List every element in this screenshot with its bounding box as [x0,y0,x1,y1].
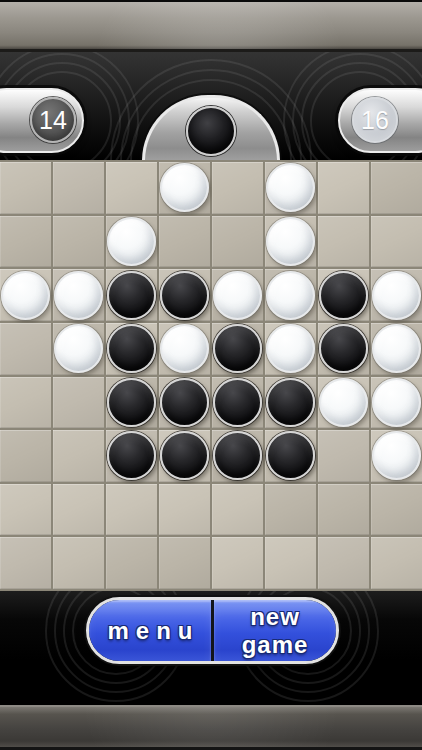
cell-h7[interactable] [371,484,422,536]
cell-c1[interactable] [106,162,157,214]
white-score-pill: 16 [338,88,422,153]
white-disc [266,271,315,320]
cell-e7[interactable] [212,484,263,536]
cell-e3[interactable] [212,269,263,321]
cell-g7[interactable] [318,484,369,536]
cell-a1[interactable] [0,162,51,214]
cell-h8[interactable] [371,537,422,589]
cell-e5[interactable] [212,377,263,429]
cell-c4[interactable] [106,323,157,375]
cell-d5[interactable] [159,377,210,429]
cell-a5[interactable] [0,377,51,429]
cell-d6[interactable] [159,430,210,482]
black-score-disc: 14 [30,97,76,143]
cell-g5[interactable] [318,377,369,429]
white-disc [160,163,209,212]
white-disc [1,271,50,320]
cell-g3[interactable] [318,269,369,321]
cell-g8[interactable] [318,537,369,589]
cell-h4[interactable] [371,323,422,375]
black-disc [266,378,315,427]
cell-e1[interactable] [212,162,263,214]
black-disc [213,324,262,373]
cell-c8[interactable] [106,537,157,589]
white-disc [372,378,421,427]
cell-b7[interactable] [53,484,104,536]
white-disc [372,431,421,480]
black-disc [107,324,156,373]
white-disc [266,324,315,373]
white-disc [266,163,315,212]
black-disc [107,271,156,320]
cell-c6[interactable] [106,430,157,482]
cell-b8[interactable] [53,537,104,589]
white-disc [372,324,421,373]
cell-b1[interactable] [53,162,104,214]
cell-e4[interactable] [212,323,263,375]
cell-b3[interactable] [53,269,104,321]
cell-b4[interactable] [53,323,104,375]
cell-d2[interactable] [159,216,210,268]
cell-f1[interactable] [265,162,316,214]
cell-h2[interactable] [371,216,422,268]
cell-a2[interactable] [0,216,51,268]
cell-h1[interactable] [371,162,422,214]
cell-f4[interactable] [265,323,316,375]
black-disc [160,271,209,320]
bottom-metal-bar [0,705,422,750]
cell-d4[interactable] [159,323,210,375]
white-disc [160,324,209,373]
cell-c5[interactable] [106,377,157,429]
cell-c3[interactable] [106,269,157,321]
cell-f3[interactable] [265,269,316,321]
cell-a4[interactable] [0,323,51,375]
cell-h5[interactable] [371,377,422,429]
black-disc [107,378,156,427]
cell-g4[interactable] [318,323,369,375]
cell-h6[interactable] [371,430,422,482]
cell-d7[interactable] [159,484,210,536]
white-disc [107,217,156,266]
cell-e2[interactable] [212,216,263,268]
white-disc [372,271,421,320]
white-disc [54,324,103,373]
black-disc [213,378,262,427]
new-game-button[interactable]: new game [211,600,336,661]
cell-g1[interactable] [318,162,369,214]
cell-b2[interactable] [53,216,104,268]
cell-a7[interactable] [0,484,51,536]
black-turn-disc-icon [186,106,236,156]
white-disc [213,271,262,320]
white-disc [54,271,103,320]
white-score-value: 16 [361,106,389,135]
top-metal-bar [0,0,422,52]
black-disc [213,431,262,480]
score-header: 14 16 [0,52,422,160]
white-disc [319,378,368,427]
white-score-disc: 16 [352,97,398,143]
black-score-pill: 14 [0,88,84,153]
cell-d3[interactable] [159,269,210,321]
cell-f2[interactable] [265,216,316,268]
cell-d8[interactable] [159,537,210,589]
cell-d1[interactable] [159,162,210,214]
black-disc [160,378,209,427]
cell-g2[interactable] [318,216,369,268]
cell-c7[interactable] [106,484,157,536]
cell-f7[interactable] [265,484,316,536]
cell-h3[interactable] [371,269,422,321]
board [0,160,422,591]
cell-f6[interactable] [265,430,316,482]
cell-e6[interactable] [212,430,263,482]
bottom-bar: menu new game [0,591,422,705]
cell-f5[interactable] [265,377,316,429]
white-disc [266,217,315,266]
cell-a8[interactable] [0,537,51,589]
cell-f8[interactable] [265,537,316,589]
cell-c2[interactable] [106,216,157,268]
black-disc [319,271,368,320]
cell-a6[interactable] [0,430,51,482]
cell-b5[interactable] [53,377,104,429]
black-disc [107,431,156,480]
black-disc [266,431,315,480]
cell-a3[interactable] [0,269,51,321]
cell-e8[interactable] [212,537,263,589]
menu-button[interactable]: menu [89,600,211,661]
button-group: menu new game [86,597,339,664]
black-disc [319,324,368,373]
cell-b6[interactable] [53,430,104,482]
black-score-value: 14 [39,106,67,135]
othello-app: 14 16 menu new game [0,0,422,750]
black-disc [160,431,209,480]
cell-g6[interactable] [318,430,369,482]
